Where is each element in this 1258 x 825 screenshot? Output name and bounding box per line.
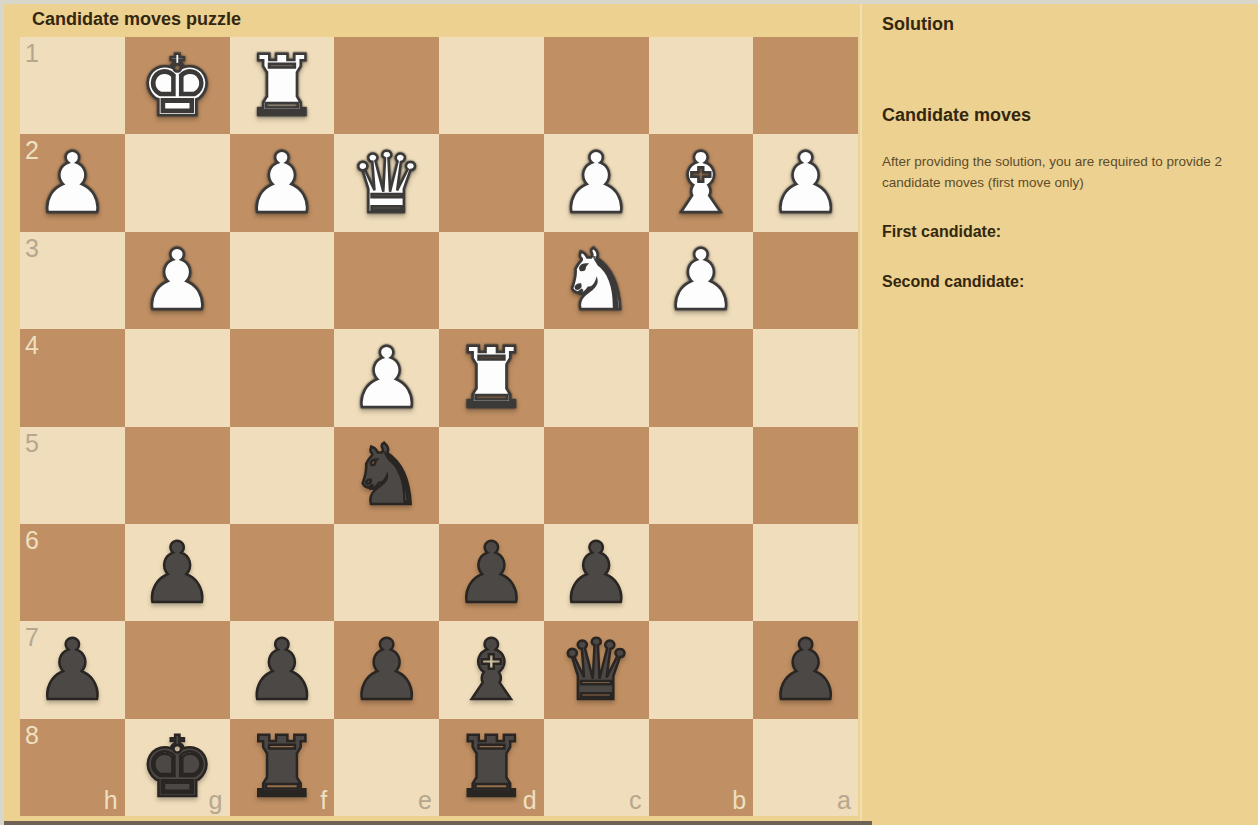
square-b7[interactable] [649,621,754,718]
square-h4[interactable]: 4 [20,329,125,426]
square-e2[interactable]: ♛ [334,134,439,231]
square-a6[interactable] [753,524,858,621]
square-b1[interactable] [649,37,754,134]
square-a4[interactable] [753,329,858,426]
square-h7[interactable]: 7♟ [20,621,125,718]
piece-black-pawn-f7[interactable]: ♟ [244,628,319,712]
rank-label-1: 1 [25,41,39,66]
square-h1[interactable]: 1 [20,37,125,134]
piece-white-pawn-a2[interactable]: ♟ [768,141,843,225]
square-c6[interactable]: ♟ [544,524,649,621]
chess-board: 1♚♜2♟♟♛♟♝♟3♟♞♟4♟♜5♞6♟♟♟7♟♟♟♝♛♟8hg♚f♜ed♜c… [20,37,858,816]
square-h6[interactable]: 6 [20,524,125,621]
square-e7[interactable]: ♟ [334,621,439,718]
piece-white-pawn-f2[interactable]: ♟ [244,141,319,225]
square-a3[interactable] [753,232,858,329]
piece-black-rook-f8[interactable]: ♜ [244,725,319,809]
square-g3[interactable]: ♟ [125,232,230,329]
candidate-moves-description: After providing the solution, you are re… [882,152,1254,194]
first-candidate-label: First candidate: [882,223,1001,241]
square-b4[interactable] [649,329,754,426]
piece-white-pawn-e4[interactable]: ♟ [349,336,424,420]
square-f6[interactable] [230,524,335,621]
piece-white-king-g1[interactable]: ♚ [139,44,214,128]
square-h2[interactable]: 2♟ [20,134,125,231]
piece-black-pawn-h7[interactable]: ♟ [35,628,110,712]
rank-label-4: 4 [25,333,39,358]
square-e6[interactable] [334,524,439,621]
piece-black-rook-d8[interactable]: ♜ [454,725,529,809]
piece-white-rook-f1[interactable]: ♜ [244,44,319,128]
piece-black-king-g8[interactable]: ♚ [139,725,214,809]
square-e4[interactable]: ♟ [334,329,439,426]
file-label-a: a [837,788,851,813]
piece-white-queen-e2[interactable]: ♛ [349,141,424,225]
square-d3[interactable] [439,232,544,329]
piece-white-knight-c3[interactable]: ♞ [558,238,633,322]
square-f3[interactable] [230,232,335,329]
file-label-b: b [732,788,746,813]
piece-white-rook-d4[interactable]: ♜ [454,336,529,420]
square-d1[interactable] [439,37,544,134]
second-candidate-label: Second candidate: [882,273,1024,291]
piece-black-pawn-c6[interactable]: ♟ [558,531,633,615]
square-a5[interactable] [753,427,858,524]
square-h3[interactable]: 3 [20,232,125,329]
square-g7[interactable] [125,621,230,718]
piece-black-bishop-d7[interactable]: ♝ [454,628,529,712]
square-a2[interactable]: ♟ [753,134,858,231]
square-c4[interactable] [544,329,649,426]
square-e5[interactable]: ♞ [334,427,439,524]
square-b8[interactable]: b [649,719,754,816]
file-label-e: e [418,788,432,813]
square-b6[interactable] [649,524,754,621]
piece-white-pawn-b3[interactable]: ♟ [663,238,738,322]
file-label-c: c [629,788,642,813]
square-a1[interactable] [753,37,858,134]
square-b5[interactable] [649,427,754,524]
square-d6[interactable]: ♟ [439,524,544,621]
solution-title: Solution [882,14,954,35]
piece-black-pawn-a7[interactable]: ♟ [768,628,843,712]
square-c2[interactable]: ♟ [544,134,649,231]
square-c5[interactable] [544,427,649,524]
rank-label-6: 6 [25,528,39,553]
board-panel-divider [860,4,862,825]
rank-label-5: 5 [25,431,39,456]
square-h8[interactable]: 8h [20,719,125,816]
square-d4[interactable]: ♜ [439,329,544,426]
square-c3[interactable]: ♞ [544,232,649,329]
square-f4[interactable] [230,329,335,426]
piece-black-knight-e5[interactable]: ♞ [349,433,424,517]
square-f2[interactable]: ♟ [230,134,335,231]
puzzle-page: Candidate moves puzzle 1♚♜2♟♟♛♟♝♟3♟♞♟4♟♜… [0,0,1258,825]
square-f1[interactable]: ♜ [230,37,335,134]
square-e3[interactable] [334,232,439,329]
piece-black-queen-c7[interactable]: ♛ [558,628,633,712]
square-h5[interactable]: 5 [20,427,125,524]
piece-white-pawn-h2[interactable]: ♟ [35,141,110,225]
candidate-moves-heading: Candidate moves [882,105,1031,126]
square-f8[interactable]: f♜ [230,719,335,816]
square-c1[interactable] [544,37,649,134]
piece-white-pawn-g3[interactable]: ♟ [139,238,214,322]
square-e1[interactable] [334,37,439,134]
rank-label-3: 3 [25,236,39,261]
square-f5[interactable] [230,427,335,524]
square-c8[interactable]: c [544,719,649,816]
square-g5[interactable] [125,427,230,524]
square-g6[interactable]: ♟ [125,524,230,621]
square-d8[interactable]: d♜ [439,719,544,816]
file-label-f: f [320,788,327,813]
rank-label-8: 8 [25,723,39,748]
square-g8[interactable]: g♚ [125,719,230,816]
file-label-h: h [104,788,118,813]
page-title: Candidate moves puzzle [32,9,241,30]
square-d5[interactable] [439,427,544,524]
square-g2[interactable] [125,134,230,231]
square-c7[interactable]: ♛ [544,621,649,718]
piece-white-bishop-b2[interactable]: ♝ [663,141,738,225]
square-f7[interactable]: ♟ [230,621,335,718]
square-g4[interactable] [125,329,230,426]
piece-black-pawn-e7[interactable]: ♟ [349,628,424,712]
square-g1[interactable]: ♚ [125,37,230,134]
piece-black-pawn-g6[interactable]: ♟ [139,531,214,615]
square-e8[interactable]: e [334,719,439,816]
square-b3[interactable]: ♟ [649,232,754,329]
square-a7[interactable]: ♟ [753,621,858,718]
square-a8[interactable]: a [753,719,858,816]
square-b2[interactable]: ♝ [649,134,754,231]
bottom-border [4,821,872,825]
square-d7[interactable]: ♝ [439,621,544,718]
piece-white-pawn-c2[interactable]: ♟ [558,141,633,225]
square-d2[interactable] [439,134,544,231]
piece-black-pawn-d6[interactable]: ♟ [454,531,529,615]
